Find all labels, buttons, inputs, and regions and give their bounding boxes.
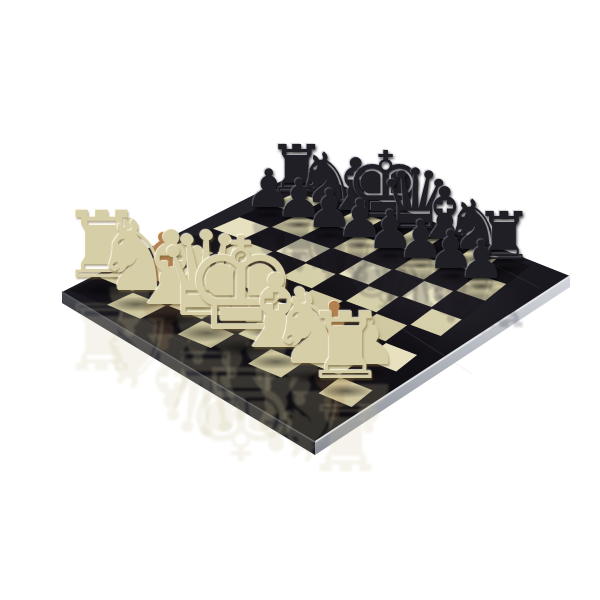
piece-black-pawn-h7[interactable]: ♟ (458, 234, 506, 287)
chess-photo-scene: ♜♜♞♞♝♝♚♚♛♛♝♝♞♞♜♜♟♟♟♟♟♟♟♟♟♟♟♟♟♟♟♟♟♟♟♟♟♟♟♟… (0, 0, 600, 600)
piece-green-rook-h1[interactable]: ♜ (304, 300, 387, 392)
